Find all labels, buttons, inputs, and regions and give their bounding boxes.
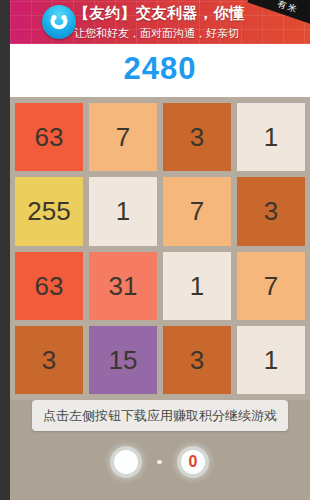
tile-7: 7 <box>89 103 157 171</box>
score-value: 2480 <box>10 51 310 87</box>
tile-1: 1 <box>237 103 305 171</box>
tile-3: 3 <box>15 326 83 394</box>
tile-1: 1 <box>237 326 305 394</box>
separator-dot-icon <box>157 460 162 464</box>
score-area: 2480 <box>10 44 310 97</box>
tile-1: 1 <box>89 177 157 245</box>
ad-banner[interactable]: 【友约】交友利器，你懂 让您和好友，面对面沟通，好亲切 有米 <box>10 0 310 44</box>
tile-255: 255 <box>15 177 83 245</box>
tile-7: 7 <box>237 252 305 320</box>
game-screen: 【友约】交友利器，你懂 让您和好友，面对面沟通，好亲切 有米 2480 6373… <box>10 0 310 500</box>
tile-7: 7 <box>163 177 231 245</box>
ad-app-smiley-icon <box>42 5 76 39</box>
ad-subtitle: 让您和好友，面对面沟通，好亲切 <box>74 26 304 41</box>
points-button[interactable]: 0 <box>181 450 205 474</box>
tile-3: 3 <box>163 103 231 171</box>
tile-3: 3 <box>237 177 305 245</box>
toast-message: 点击左侧按钮下载应用赚取积分继续游戏 <box>32 400 288 431</box>
tile-31: 31 <box>89 252 157 320</box>
tile-1: 1 <box>163 252 231 320</box>
board[interactable]: 6373125517363311731531 <box>10 97 310 400</box>
download-button[interactable] <box>114 450 138 474</box>
points-value: 0 <box>189 453 198 471</box>
tile-63: 63 <box>15 252 83 320</box>
tile-63: 63 <box>15 103 83 171</box>
tile-15: 15 <box>89 326 157 394</box>
tile-3: 3 <box>163 326 231 394</box>
